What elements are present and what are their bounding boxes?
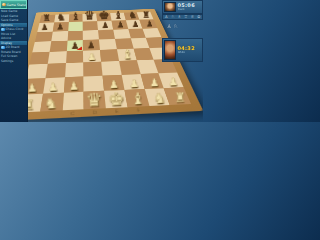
tray-piece-symbol: ♙ — [164, 15, 168, 19]
tray-piece-symbol: ♗ — [177, 15, 181, 19]
square-b5[interactable] — [49, 41, 67, 52]
tray-piece-symbol: ♖ — [184, 15, 188, 19]
piece-bK-e8[interactable]: ♚ — [97, 9, 112, 21]
piece-bP-b7[interactable]: ♟ — [52, 23, 68, 32]
square-d5[interactable]: ♟ — [83, 39, 100, 50]
square-d3[interactable] — [83, 62, 102, 76]
player-card-black: 05:06 Black — [162, 0, 203, 14]
square-g3[interactable] — [136, 60, 158, 74]
sidebar-item-label: Display — [1, 41, 12, 45]
square-c1[interactable] — [62, 92, 84, 111]
piece-wP-b2[interactable]: ♟ — [42, 82, 63, 94]
square-b3[interactable] — [45, 63, 65, 77]
piece-wP-h2[interactable]: ♟ — [163, 76, 183, 88]
menu-item-icon — [1, 46, 5, 50]
square-f2[interactable]: ♟ — [121, 74, 144, 90]
file-label-d: d — [84, 108, 107, 117]
captured-mini-icons: ♙♘ — [167, 23, 180, 29]
square-c6[interactable] — [67, 30, 83, 40]
white-player-avatar — [164, 40, 176, 60]
square-f1[interactable]: ♝ — [124, 89, 149, 107]
sidebar-item-label: Chess Clock — [6, 27, 24, 31]
piece-wQ-d1[interactable]: ♛ — [83, 90, 105, 109]
piece-bN-b8[interactable]: ♞ — [54, 13, 69, 23]
square-a5[interactable] — [32, 41, 51, 52]
square-f4[interactable]: ♝ — [117, 49, 137, 61]
square-b6[interactable] — [51, 31, 68, 41]
square-c5[interactable]: ♟ — [66, 40, 83, 51]
piece-bB-f8[interactable]: ♝ — [111, 10, 126, 21]
square-b7[interactable]: ♟ — [53, 22, 69, 31]
tray-piece-symbol: ♕ — [190, 15, 194, 19]
sidebar-item-label: Full Screen — [1, 54, 17, 58]
sidebar-item-label: Load Game — [1, 14, 18, 18]
sidebar-item-label: Options — [1, 23, 13, 27]
black-player-avatar — [164, 2, 176, 12]
piece-wR-h1[interactable]: ♜ — [170, 91, 192, 105]
piece-bP-h7[interactable]: ♟ — [142, 20, 157, 28]
square-g7[interactable]: ♟ — [126, 20, 143, 29]
square-f7[interactable]: ♟ — [111, 20, 127, 29]
square-a3[interactable] — [26, 64, 48, 79]
sidebar-item-label: New Game — [1, 9, 17, 13]
piece-wN-b1[interactable]: ♞ — [39, 96, 62, 111]
piece-wN-g1[interactable]: ♞ — [148, 91, 170, 106]
sidebar-item-label: Advice — [1, 36, 11, 40]
black-player-name: Black — [178, 8, 195, 12]
square-d6[interactable] — [83, 30, 99, 40]
sidebar-item-label: Settings — [1, 59, 13, 63]
piece-wP-d4[interactable]: ♟ — [83, 52, 101, 62]
piece-bP-c5[interactable]: ♟ — [66, 42, 83, 52]
square-b4[interactable] — [47, 51, 66, 64]
sidebar-item-settings[interactable]: Settings — [0, 59, 27, 64]
sidebar-item-label: 2D Board — [6, 45, 20, 49]
sidebar-item-label: Move List — [1, 32, 15, 36]
square-a6[interactable] — [35, 31, 53, 41]
piece-wP-g2[interactable]: ♟ — [144, 77, 164, 89]
square-c8[interactable]: ♝ — [68, 14, 82, 22]
piece-bB-c8[interactable]: ♝ — [68, 11, 83, 22]
square-b1[interactable]: ♞ — [40, 92, 63, 111]
square-e7[interactable]: ♟ — [97, 21, 113, 30]
sidebar-item-label: Game Status — [7, 3, 28, 7]
captured-pieces-tray: ♙♘♗♖♕♔ — [162, 14, 203, 21]
square-d1[interactable]: ♛ — [84, 91, 106, 110]
piece-bP-g7[interactable]: ♟ — [128, 20, 143, 28]
square-e5[interactable] — [99, 39, 117, 50]
player-card-white: 04:32 White — [162, 38, 203, 62]
square-a4[interactable] — [29, 52, 49, 65]
file-label-e: e — [106, 107, 129, 116]
board-grid: ♜♞♝♛♚♝♞♜♟♟♟♟♟♟♟♟♟♝♟♟♟♟♟♟♟♜♞♛♚♝♞♜ — [18, 12, 191, 113]
piece-wP-c2[interactable]: ♟ — [63, 81, 84, 93]
square-b2[interactable]: ♟ — [43, 77, 65, 93]
piece-bP-e7[interactable]: ♟ — [98, 21, 113, 30]
piece-wP-f2[interactable]: ♟ — [124, 78, 144, 90]
piece-wB-f1[interactable]: ♝ — [127, 91, 149, 107]
square-d4[interactable]: ♟ — [83, 50, 101, 63]
tray-piece-symbol: ♘ — [171, 15, 175, 19]
sidebar-item-label: Save Game — [1, 18, 18, 22]
square-c3[interactable] — [64, 63, 83, 77]
sidebar-item-game-status[interactable]: Game Status — [0, 0, 27, 9]
sidebar-item-label: Rotate Board — [1, 50, 21, 54]
tray-piece-symbol: ♔ — [197, 15, 201, 19]
piece-bP-d5[interactable]: ♟ — [83, 41, 100, 51]
square-h7[interactable]: ♟ — [140, 19, 158, 28]
sidebar-menu: Game StatusNew GameLoad GameSave GameOpt… — [0, 0, 28, 122]
piece-bQ-d8[interactable]: ♛ — [82, 9, 97, 21]
orb-icon — [2, 3, 6, 7]
white-player-name: White — [178, 51, 195, 55]
piece-wB-f4[interactable]: ♝ — [118, 48, 136, 61]
square-e1[interactable]: ♚ — [104, 90, 127, 109]
file-label-c: c — [62, 109, 85, 118]
square-e3[interactable] — [101, 61, 121, 75]
square-d8[interactable]: ♛ — [83, 14, 97, 22]
piece-wK-e1[interactable]: ♚ — [105, 89, 127, 108]
menu-item-icon — [1, 28, 5, 32]
piece-bP-a7[interactable]: ♟ — [37, 23, 53, 32]
file-label-f: f — [127, 106, 150, 114]
square-c4[interactable] — [65, 51, 83, 64]
square-c2[interactable]: ♟ — [63, 76, 83, 92]
piece-bP-f7[interactable]: ♟ — [113, 21, 128, 30]
square-a7[interactable]: ♟ — [37, 23, 54, 32]
